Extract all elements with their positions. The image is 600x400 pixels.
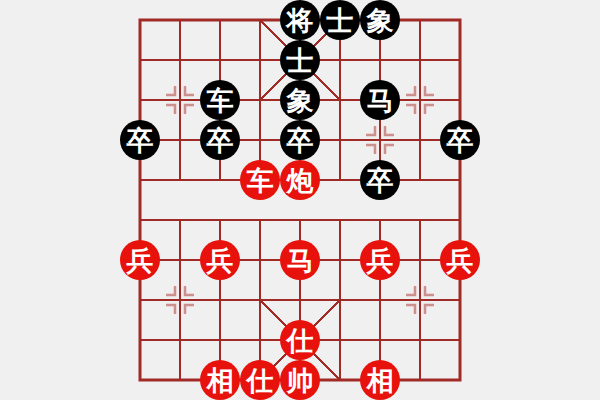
piece-black-soldier[interactable]: 卒 bbox=[200, 120, 240, 160]
xiangqi-app: 将士象士车象马卒卒卒卒卒车炮兵兵马兵兵仕相仕帅相 bbox=[0, 0, 600, 400]
pieces-layer: 将士象士车象马卒卒卒卒卒车炮兵兵马兵兵仕相仕帅相 bbox=[0, 0, 600, 400]
piece-red-elephant[interactable]: 相 bbox=[360, 360, 400, 400]
piece-red-soldier[interactable]: 兵 bbox=[360, 240, 400, 280]
piece-red-advisor[interactable]: 仕 bbox=[280, 320, 320, 360]
piece-black-elephant[interactable]: 象 bbox=[280, 80, 320, 120]
piece-red-cannon[interactable]: 炮 bbox=[280, 160, 320, 200]
piece-black-soldier[interactable]: 卒 bbox=[120, 120, 160, 160]
piece-black-soldier[interactable]: 卒 bbox=[360, 160, 400, 200]
piece-black-general[interactable]: 将 bbox=[280, 0, 320, 40]
piece-red-general[interactable]: 帅 bbox=[280, 360, 320, 400]
piece-red-advisor[interactable]: 仕 bbox=[240, 360, 280, 400]
piece-red-horse[interactable]: 马 bbox=[280, 240, 320, 280]
piece-black-chariot[interactable]: 车 bbox=[200, 80, 240, 120]
piece-black-soldier[interactable]: 卒 bbox=[440, 120, 480, 160]
piece-red-elephant[interactable]: 相 bbox=[200, 360, 240, 400]
piece-red-soldier[interactable]: 兵 bbox=[440, 240, 480, 280]
piece-black-soldier[interactable]: 卒 bbox=[280, 120, 320, 160]
piece-black-advisor[interactable]: 士 bbox=[280, 40, 320, 80]
piece-red-chariot[interactable]: 车 bbox=[240, 160, 280, 200]
piece-black-horse[interactable]: 马 bbox=[360, 80, 400, 120]
piece-black-elephant[interactable]: 象 bbox=[360, 0, 400, 40]
piece-red-soldier[interactable]: 兵 bbox=[120, 240, 160, 280]
piece-black-advisor[interactable]: 士 bbox=[320, 0, 360, 40]
piece-red-soldier[interactable]: 兵 bbox=[200, 240, 240, 280]
